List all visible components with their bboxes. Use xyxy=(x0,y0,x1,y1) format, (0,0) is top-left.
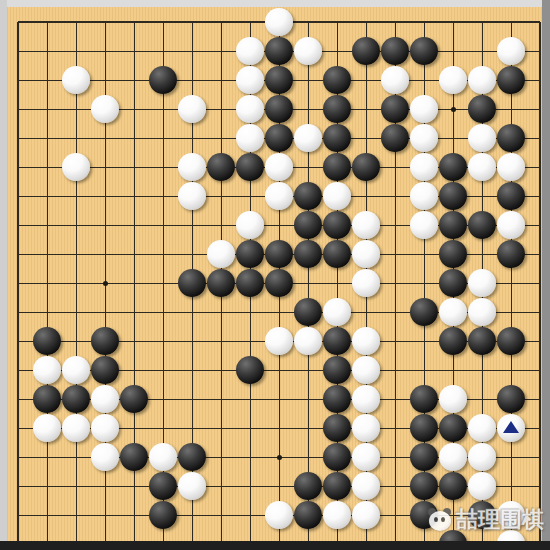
black-stone xyxy=(439,240,467,268)
black-stone xyxy=(439,153,467,181)
black-stone xyxy=(91,327,119,355)
white-stone xyxy=(323,298,351,326)
white-stone xyxy=(439,298,467,326)
white-stone xyxy=(207,240,235,268)
black-stone xyxy=(178,269,206,297)
grid-line-vertical xyxy=(511,22,512,544)
white-stone xyxy=(91,443,119,471)
black-stone xyxy=(497,124,525,152)
white-stone xyxy=(468,472,496,500)
watermark-text: 喆理围棋 xyxy=(456,507,544,533)
last-move-triangle-marker xyxy=(503,421,519,433)
white-stone xyxy=(352,472,380,500)
white-stone xyxy=(352,211,380,239)
black-stone xyxy=(294,240,322,268)
white-stone xyxy=(468,443,496,471)
white-stone xyxy=(323,501,351,529)
black-stone xyxy=(410,472,438,500)
black-stone xyxy=(439,414,467,442)
black-stone xyxy=(323,66,351,94)
white-stone xyxy=(468,153,496,181)
white-stone xyxy=(265,8,293,36)
black-stone xyxy=(236,356,264,384)
black-stone xyxy=(323,443,351,471)
white-stone xyxy=(352,414,380,442)
black-stone xyxy=(439,327,467,355)
black-stone xyxy=(236,240,264,268)
black-stone xyxy=(294,298,322,326)
white-stone xyxy=(294,327,322,355)
white-stone xyxy=(236,211,264,239)
white-stone xyxy=(497,153,525,181)
black-stone xyxy=(236,269,264,297)
black-stone xyxy=(497,240,525,268)
black-stone xyxy=(265,124,293,152)
white-stone xyxy=(294,37,322,65)
black-stone xyxy=(120,443,148,471)
white-stone xyxy=(236,37,264,65)
white-stone xyxy=(410,95,438,123)
white-stone xyxy=(352,356,380,384)
white-stone xyxy=(62,66,90,94)
black-stone xyxy=(468,211,496,239)
panda-eye-icon xyxy=(434,517,438,522)
white-stone xyxy=(62,153,90,181)
black-stone xyxy=(265,66,293,94)
black-stone xyxy=(410,298,438,326)
panda-face-icon xyxy=(429,511,451,531)
black-stone xyxy=(323,414,351,442)
black-stone xyxy=(323,327,351,355)
black-stone xyxy=(497,66,525,94)
black-stone xyxy=(497,182,525,210)
white-stone xyxy=(294,124,322,152)
frame-border-top xyxy=(0,0,550,7)
white-stone xyxy=(410,211,438,239)
black-stone xyxy=(410,385,438,413)
white-stone xyxy=(497,414,525,442)
black-stone xyxy=(33,385,61,413)
black-stone xyxy=(352,37,380,65)
black-stone xyxy=(497,327,525,355)
black-stone xyxy=(294,501,322,529)
grid-line-vertical xyxy=(308,22,309,544)
black-stone xyxy=(323,472,351,500)
white-stone xyxy=(381,66,409,94)
white-stone xyxy=(178,472,206,500)
white-stone xyxy=(439,443,467,471)
go-board[interactable] xyxy=(7,7,542,541)
black-stone xyxy=(381,37,409,65)
black-stone xyxy=(178,443,206,471)
white-stone xyxy=(62,414,90,442)
white-stone xyxy=(91,385,119,413)
star-point xyxy=(277,455,282,460)
white-stone xyxy=(178,95,206,123)
frame-border-bottom xyxy=(0,541,550,550)
white-stone xyxy=(410,124,438,152)
white-stone xyxy=(352,501,380,529)
black-stone xyxy=(120,385,148,413)
white-stone xyxy=(468,124,496,152)
black-stone xyxy=(323,385,351,413)
black-stone xyxy=(207,153,235,181)
black-stone xyxy=(410,443,438,471)
black-stone xyxy=(439,269,467,297)
black-stone xyxy=(207,269,235,297)
white-stone xyxy=(236,124,264,152)
white-stone xyxy=(468,269,496,297)
white-stone xyxy=(236,95,264,123)
black-stone xyxy=(410,414,438,442)
frame-border-right xyxy=(542,0,550,550)
black-stone xyxy=(352,153,380,181)
white-stone xyxy=(439,66,467,94)
black-stone xyxy=(323,95,351,123)
star-point xyxy=(103,281,108,286)
black-stone xyxy=(410,37,438,65)
panda-icon xyxy=(428,508,454,532)
black-stone xyxy=(323,124,351,152)
white-stone xyxy=(236,66,264,94)
black-stone xyxy=(439,211,467,239)
white-stone xyxy=(468,298,496,326)
grid-line-vertical xyxy=(539,22,541,544)
white-stone xyxy=(91,95,119,123)
watermark: 喆理围棋 xyxy=(425,503,547,537)
black-stone xyxy=(323,211,351,239)
white-stone xyxy=(352,385,380,413)
black-stone xyxy=(33,327,61,355)
black-stone xyxy=(265,95,293,123)
white-stone xyxy=(352,327,380,355)
white-stone xyxy=(410,153,438,181)
white-stone xyxy=(323,182,351,210)
black-stone xyxy=(149,66,177,94)
star-point xyxy=(451,107,456,112)
white-stone xyxy=(178,182,206,210)
white-stone xyxy=(91,414,119,442)
black-stone xyxy=(294,472,322,500)
frame-border-left xyxy=(0,0,7,550)
white-stone xyxy=(468,66,496,94)
black-stone xyxy=(323,240,351,268)
white-stone xyxy=(33,414,61,442)
white-stone xyxy=(33,356,61,384)
white-stone xyxy=(352,269,380,297)
black-stone xyxy=(149,501,177,529)
black-stone xyxy=(294,182,322,210)
white-stone xyxy=(265,327,293,355)
white-stone xyxy=(265,501,293,529)
white-stone xyxy=(352,443,380,471)
screenshot-frame: 喆理围棋 xyxy=(0,0,550,550)
black-stone xyxy=(323,153,351,181)
black-stone xyxy=(381,95,409,123)
black-stone xyxy=(236,153,264,181)
black-stone xyxy=(439,472,467,500)
black-stone xyxy=(149,472,177,500)
black-stone xyxy=(497,385,525,413)
black-stone xyxy=(91,356,119,384)
black-stone xyxy=(468,95,496,123)
black-stone xyxy=(381,124,409,152)
white-stone xyxy=(439,385,467,413)
white-stone xyxy=(497,37,525,65)
black-stone xyxy=(265,240,293,268)
white-stone xyxy=(352,240,380,268)
white-stone xyxy=(265,182,293,210)
black-stone xyxy=(62,385,90,413)
black-stone xyxy=(294,211,322,239)
white-stone xyxy=(178,153,206,181)
white-stone xyxy=(497,211,525,239)
black-stone xyxy=(323,356,351,384)
black-stone xyxy=(265,269,293,297)
black-stone xyxy=(468,327,496,355)
white-stone xyxy=(265,153,293,181)
white-stone xyxy=(149,443,177,471)
white-stone xyxy=(62,356,90,384)
white-stone xyxy=(410,182,438,210)
black-stone xyxy=(439,182,467,210)
panda-eye-icon xyxy=(441,517,445,522)
black-stone xyxy=(265,37,293,65)
white-stone xyxy=(468,414,496,442)
